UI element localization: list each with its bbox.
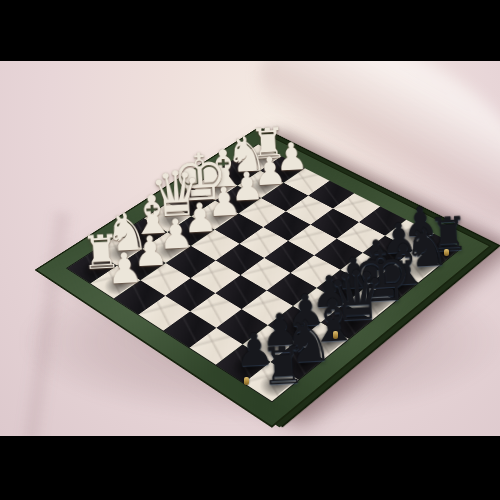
white-pawn: ♟ [78,248,171,291]
photo-stage: ♜♞♝♛♚♝♞♜♟♟♟♟♟♟♟♟♟♟♟♟♟♟♟♟♜♞♝♛♚♝♞♜ [0,0,500,500]
cloth-backdrop: ♜♞♝♛♚♝♞♜♟♟♟♟♟♟♟♟♟♟♟♟♟♟♟♟♜♞♝♛♚♝♞♜ [0,61,500,436]
letterbox-bottom [0,436,500,500]
board-square [263,211,311,241]
brass-foot [333,331,338,339]
board-square: ♜ [244,362,299,401]
letterbox-top [0,0,500,61]
brass-foot [444,249,449,256]
brass-foot [244,377,249,385]
